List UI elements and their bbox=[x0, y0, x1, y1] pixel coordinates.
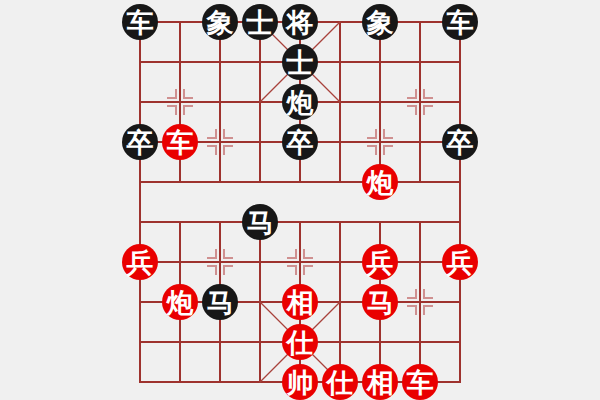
piece-black-horse[interactable]: 马 bbox=[202, 284, 238, 320]
piece-black-soldier[interactable]: 卒 bbox=[442, 124, 478, 160]
piece-red-horse[interactable]: 马 bbox=[362, 284, 398, 320]
piece-black-chariot[interactable]: 车 bbox=[122, 4, 158, 40]
piece-red-cannon[interactable]: 炮 bbox=[362, 164, 398, 200]
xiangqi-board: 车象士将象车士炮卒车卒卒炮马兵兵兵炮马相马仕帅仕相车 bbox=[0, 0, 600, 400]
piece-black-elephant[interactable]: 象 bbox=[362, 4, 398, 40]
piece-red-chariot[interactable]: 车 bbox=[402, 364, 438, 400]
piece-black-chariot[interactable]: 车 bbox=[442, 4, 478, 40]
piece-red-elephant[interactable]: 相 bbox=[362, 364, 398, 400]
pieces-layer: 车象士将象车士炮卒车卒卒炮马兵兵兵炮马相马仕帅仕相车 bbox=[120, 2, 480, 400]
piece-red-soldier[interactable]: 兵 bbox=[362, 244, 398, 280]
piece-red-advisor[interactable]: 仕 bbox=[282, 324, 318, 360]
piece-black-soldier[interactable]: 卒 bbox=[282, 124, 318, 160]
piece-black-advisor[interactable]: 士 bbox=[242, 4, 278, 40]
piece-red-elephant[interactable]: 相 bbox=[282, 284, 318, 320]
piece-black-elephant[interactable]: 象 bbox=[202, 4, 238, 40]
piece-red-soldier[interactable]: 兵 bbox=[122, 244, 158, 280]
piece-red-advisor[interactable]: 仕 bbox=[322, 364, 358, 400]
piece-black-general[interactable]: 将 bbox=[282, 4, 318, 40]
piece-red-general[interactable]: 帅 bbox=[282, 364, 318, 400]
piece-red-cannon[interactable]: 炮 bbox=[162, 284, 198, 320]
piece-red-soldier[interactable]: 兵 bbox=[442, 244, 478, 280]
piece-black-soldier[interactable]: 卒 bbox=[122, 124, 158, 160]
piece-black-advisor[interactable]: 士 bbox=[282, 44, 318, 80]
piece-black-cannon[interactable]: 炮 bbox=[282, 84, 318, 120]
piece-red-chariot[interactable]: 车 bbox=[162, 124, 198, 160]
piece-black-horse[interactable]: 马 bbox=[242, 204, 278, 240]
